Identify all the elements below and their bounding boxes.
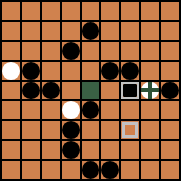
black-stone: [62, 141, 80, 159]
board-cell-c8-r5[interactable]: [161, 101, 179, 119]
board-cell-c4-r1[interactable]: [82, 22, 100, 40]
board-cell-c1-r5[interactable]: [22, 101, 40, 119]
board-cell-c1-r6[interactable]: [22, 121, 40, 139]
board-cell-c3-r5[interactable]: [62, 101, 80, 119]
board-cell-c1-r2[interactable]: [22, 42, 40, 60]
black-stone: [121, 82, 139, 100]
board-cell-c0-r6[interactable]: [2, 121, 20, 139]
board-cell-c5-r2[interactable]: [101, 42, 119, 60]
board-cell-c5-r3[interactable]: [101, 62, 119, 80]
board-cell-c6-r4[interactable]: [121, 82, 139, 100]
board-cell-c7-r1[interactable]: [141, 22, 159, 40]
board-cell-c1-r1[interactable]: [22, 22, 40, 40]
board-cell-c8-r8[interactable]: [161, 161, 179, 179]
cross-marker-horizontal: [141, 88, 159, 92]
board-cell-c3-r4[interactable]: [62, 82, 80, 100]
board-cell-c6-r0[interactable]: [121, 2, 139, 20]
board-cell-c4-r5[interactable]: [82, 101, 100, 119]
board-cell-c4-r4[interactable]: [82, 82, 100, 100]
board-cell-c0-r4[interactable]: [2, 82, 20, 100]
board-cell-c2-r2[interactable]: [42, 42, 60, 60]
board-cell-c2-r8[interactable]: [42, 161, 60, 179]
board-cell-c7-r0[interactable]: [141, 2, 159, 20]
board-cell-c4-r3[interactable]: [82, 62, 100, 80]
white-stone: [2, 62, 20, 80]
black-stone: [62, 121, 80, 139]
board-cell-c3-r6[interactable]: [62, 121, 80, 139]
board-cell-c0-r8[interactable]: [2, 161, 20, 179]
board-cell-c4-r6[interactable]: [82, 121, 100, 139]
board-cell-c0-r2[interactable]: [2, 42, 20, 60]
board-cell-c8-r3[interactable]: [161, 62, 179, 80]
black-stone: [101, 161, 119, 179]
board-cell-c2-r5[interactable]: [42, 101, 60, 119]
board-cell-c7-r6[interactable]: [141, 121, 159, 139]
board-cell-c3-r8[interactable]: [62, 161, 80, 179]
board-cell-c7-r8[interactable]: [141, 161, 159, 179]
board-cell-c6-r6[interactable]: [121, 121, 139, 139]
board-cell-c6-r5[interactable]: [121, 101, 139, 119]
board-cell-c7-r7[interactable]: [141, 141, 159, 159]
board-cell-c8-r0[interactable]: [161, 2, 179, 20]
board-cell-c4-r8[interactable]: [82, 161, 100, 179]
board-cell-c2-r7[interactable]: [42, 141, 60, 159]
board-cell-c5-r7[interactable]: [101, 141, 119, 159]
black-stone: [62, 42, 80, 60]
board-cell-c1-r4[interactable]: [22, 82, 40, 100]
board-cell-c7-r5[interactable]: [141, 101, 159, 119]
black-stone: [161, 82, 179, 100]
board-cell-c1-r0[interactable]: [22, 2, 40, 20]
black-stone: [101, 62, 119, 80]
board-cell-c3-r7[interactable]: [62, 141, 80, 159]
board-cell-c6-r8[interactable]: [121, 161, 139, 179]
board-cell-c8-r1[interactable]: [161, 22, 179, 40]
board-cell-c5-r8[interactable]: [101, 161, 119, 179]
board-cell-c6-r7[interactable]: [121, 141, 139, 159]
board-cell-c6-r3[interactable]: [121, 62, 139, 80]
board-cell-c5-r5[interactable]: [101, 101, 119, 119]
white-stone: [62, 101, 80, 119]
board-cell-c0-r0[interactable]: [2, 2, 20, 20]
board-cell-c8-r6[interactable]: [161, 121, 179, 139]
board-cell-c4-r2[interactable]: [82, 42, 100, 60]
board-cell-c8-r2[interactable]: [161, 42, 179, 60]
board-cell-c2-r3[interactable]: [42, 62, 60, 80]
board-cell-c6-r1[interactable]: [121, 22, 139, 40]
board-cell-c2-r0[interactable]: [42, 2, 60, 20]
board-cell-c5-r6[interactable]: [101, 121, 119, 139]
board-cell-c5-r0[interactable]: [101, 2, 119, 20]
black-stone: [82, 22, 100, 40]
black-stone: [82, 161, 100, 179]
board-cell-c2-r6[interactable]: [42, 121, 60, 139]
gray-frame-marker: [122, 122, 138, 138]
board-cell-c8-r7[interactable]: [161, 141, 179, 159]
black-stone: [22, 82, 40, 100]
board-cell-c4-r7[interactable]: [82, 141, 100, 159]
board-cell-c8-r4[interactable]: [161, 82, 179, 100]
board-cell-c6-r2[interactable]: [121, 42, 139, 60]
board-cell-c2-r1[interactable]: [42, 22, 60, 40]
board-cell-c0-r5[interactable]: [2, 101, 20, 119]
board-cell-c3-r1[interactable]: [62, 22, 80, 40]
black-stone: [42, 82, 60, 100]
board-cell-c2-r4[interactable]: [42, 82, 60, 100]
board-cell-c1-r3[interactable]: [22, 62, 40, 80]
board-cell-c0-r7[interactable]: [2, 141, 20, 159]
board-cell-c4-r0[interactable]: [82, 2, 100, 20]
board-cell-c7-r4[interactable]: [141, 82, 159, 100]
board-cell-c5-r1[interactable]: [101, 22, 119, 40]
board-cell-c7-r2[interactable]: [141, 42, 159, 60]
board-cell-c0-r1[interactable]: [2, 22, 20, 40]
board-cell-c1-r7[interactable]: [22, 141, 40, 159]
black-stone: [82, 101, 100, 119]
board-cell-c3-r2[interactable]: [62, 42, 80, 60]
board-cell-c3-r0[interactable]: [62, 2, 80, 20]
board-cell-c1-r8[interactable]: [22, 161, 40, 179]
black-stone: [121, 62, 139, 80]
board-cell-c7-r3[interactable]: [141, 62, 159, 80]
board-cell-c0-r3[interactable]: [2, 62, 20, 80]
board-cell-c5-r4[interactable]: [101, 82, 119, 100]
board-cell-c3-r3[interactable]: [62, 62, 80, 80]
black-stone: [22, 62, 40, 80]
game-board: [0, 0, 181, 181]
